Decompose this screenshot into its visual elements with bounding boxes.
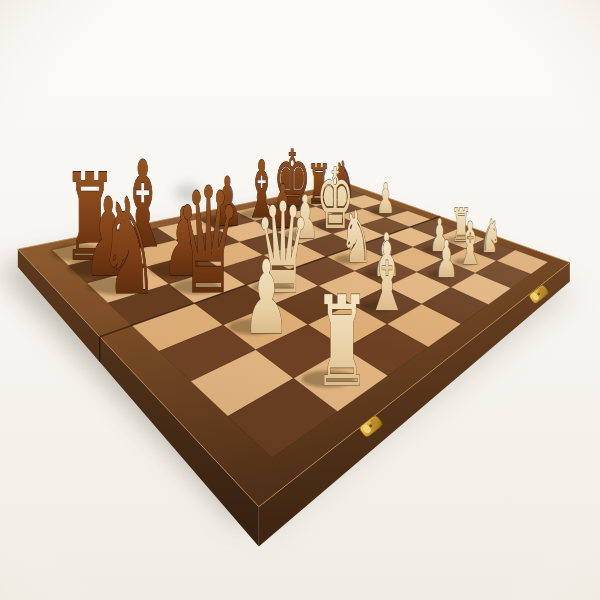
chess-product-photo: ♞♜♚♟♝♟♟♚♟♜♝♟♞♜♞♝♟♟♟♟♞♛♛♝♟♜ (0, 0, 600, 600)
piece-black-queen-b5[interactable]: ♛ (175, 157, 241, 326)
piece-white-rook-b1[interactable]: ♜ (314, 270, 370, 414)
chess-board-scene: ♞♜♚♟♝♟♟♚♟♜♝♟♞♜♞♝♟♟♟♟♞♛♛♝♟♜ (0, 0, 600, 600)
piece-white-pawn-h6[interactable]: ♟ (376, 175, 395, 223)
piece-white-pawn-b3[interactable]: ♟ (244, 238, 290, 357)
piece-white-pawn-f2[interactable]: ♟ (435, 230, 458, 289)
piece-black-knight-a6[interactable]: ♞ (99, 170, 159, 324)
piece-white-bishop-d2[interactable]: ♝ (366, 222, 408, 332)
piece-white-knight-h2[interactable]: ♞ (480, 209, 500, 263)
piece-white-bishop-g2[interactable]: ♝ (457, 209, 483, 277)
